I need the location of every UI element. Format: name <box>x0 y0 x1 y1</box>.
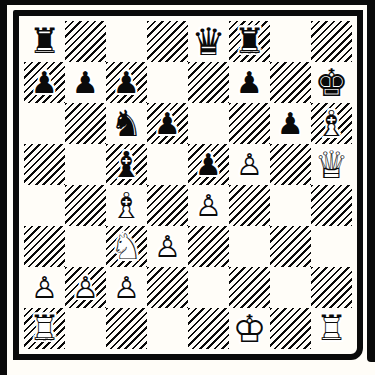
black-pawn-g6: ♟♟ <box>277 109 304 139</box>
square-g7 <box>270 62 311 103</box>
square-a2: ♟♙ <box>24 267 65 308</box>
white-knight-c3: ♞♘ <box>110 229 142 265</box>
square-f7: ♟♟ <box>229 62 270 103</box>
black-king-h7: ♚♚ <box>314 64 348 102</box>
page-edge-shadow-left <box>0 0 7 375</box>
scanned-chess-diagram-page: ♜♜♛♛♜♜♟♟♟♟♟♟♟♟♚♚♞♞♟♟♟♟♝♗♝♝♟♟♟♙♛♕♝♗♟♙♞♘♟♙… <box>0 0 375 375</box>
square-b2: ♟♙ <box>65 267 106 308</box>
black-rook-a8: ♜♜ <box>29 24 60 59</box>
white-rook-h1: ♜♖ <box>316 311 347 346</box>
square-h8 <box>311 21 352 62</box>
white-bishop-h6: ♝♗ <box>315 106 347 142</box>
square-f5: ♟♙ <box>229 144 270 185</box>
square-e1 <box>188 308 229 349</box>
square-h2 <box>311 267 352 308</box>
square-g2 <box>270 267 311 308</box>
square-h7: ♚♚ <box>311 62 352 103</box>
square-c3: ♞♘ <box>106 226 147 267</box>
black-knight-c6: ♞♞ <box>110 106 142 142</box>
square-f1: ♚♔ <box>229 308 270 349</box>
square-a6 <box>24 103 65 144</box>
square-f2 <box>229 267 270 308</box>
square-e7 <box>188 62 229 103</box>
square-g1 <box>270 308 311 349</box>
black-pawn-e5: ♟♟ <box>195 150 222 180</box>
piece-glyph: ♔ <box>232 307 266 351</box>
piece-glyph: ♗ <box>110 185 142 226</box>
white-queen-h5: ♛♕ <box>314 146 348 184</box>
square-c5: ♝♝ <box>106 144 147 185</box>
square-h5: ♛♕ <box>311 144 352 185</box>
square-f6 <box>229 103 270 144</box>
square-c4: ♝♗ <box>106 185 147 226</box>
square-d1 <box>147 308 188 349</box>
piece-glyph: ♚ <box>314 61 348 105</box>
piece-glyph: ♟ <box>195 147 222 182</box>
square-e3 <box>188 226 229 267</box>
square-f8: ♜♜ <box>229 21 270 62</box>
square-e5: ♟♟ <box>188 144 229 185</box>
square-e4: ♟♙ <box>188 185 229 226</box>
piece-glyph: ♖ <box>316 308 347 348</box>
square-a5 <box>24 144 65 185</box>
square-c8 <box>106 21 147 62</box>
piece-glyph: ♟ <box>277 106 304 141</box>
white-pawn-d3: ♟♙ <box>154 232 181 262</box>
square-d2 <box>147 267 188 308</box>
square-a8: ♜♜ <box>24 21 65 62</box>
square-b5 <box>65 144 106 185</box>
square-d7 <box>147 62 188 103</box>
piece-glyph: ♙ <box>236 147 263 182</box>
black-queen-e8: ♛♛ <box>191 23 225 61</box>
square-d4 <box>147 185 188 226</box>
piece-glyph: ♙ <box>31 270 58 305</box>
white-pawn-c2: ♟♙ <box>113 273 140 303</box>
piece-glyph: ♙ <box>154 229 181 264</box>
white-pawn-f5: ♟♙ <box>236 150 263 180</box>
square-g6: ♟♟ <box>270 103 311 144</box>
square-e2 <box>188 267 229 308</box>
square-c2: ♟♙ <box>106 267 147 308</box>
piece-glyph: ♟ <box>113 65 140 100</box>
piece-glyph: ♟ <box>72 65 99 100</box>
square-b3 <box>65 226 106 267</box>
piece-glyph: ♟ <box>236 65 263 100</box>
piece-glyph: ♜ <box>29 21 60 61</box>
piece-glyph: ♞ <box>110 103 142 144</box>
square-d3: ♟♙ <box>147 226 188 267</box>
piece-glyph: ♖ <box>29 308 60 348</box>
black-pawn-c7: ♟♟ <box>113 68 140 98</box>
square-f3 <box>229 226 270 267</box>
black-bishop-c5: ♝♝ <box>110 147 142 183</box>
square-a3 <box>24 226 65 267</box>
square-e6 <box>188 103 229 144</box>
square-b4 <box>65 185 106 226</box>
square-g4 <box>270 185 311 226</box>
white-rook-a1: ♜♖ <box>29 311 60 346</box>
square-e8: ♛♛ <box>188 21 229 62</box>
square-b1 <box>65 308 106 349</box>
piece-glyph: ♘ <box>110 226 142 267</box>
piece-glyph: ♝ <box>110 144 142 185</box>
square-h3 <box>311 226 352 267</box>
board-frame: ♜♜♛♛♜♜♟♟♟♟♟♟♟♟♚♚♞♞♟♟♟♟♝♗♝♝♟♟♟♙♛♕♝♗♟♙♞♘♟♙… <box>13 10 363 360</box>
piece-glyph: ♙ <box>72 270 99 305</box>
white-pawn-a2: ♟♙ <box>31 273 58 303</box>
square-b8 <box>65 21 106 62</box>
white-bishop-c4: ♝♗ <box>110 188 142 224</box>
piece-glyph: ♟ <box>31 65 58 100</box>
square-d8 <box>147 21 188 62</box>
square-h4 <box>311 185 352 226</box>
square-c6: ♞♞ <box>106 103 147 144</box>
square-a7: ♟♟ <box>24 62 65 103</box>
page-edge-shadow-top <box>0 0 375 5</box>
piece-glyph: ♙ <box>195 188 222 223</box>
piece-glyph: ♙ <box>113 270 140 305</box>
black-pawn-b7: ♟♟ <box>72 68 99 98</box>
black-pawn-f7: ♟♟ <box>236 68 263 98</box>
square-c7: ♟♟ <box>106 62 147 103</box>
white-pawn-e4: ♟♙ <box>195 191 222 221</box>
page-edge-shadow-right <box>367 2 375 362</box>
square-f4 <box>229 185 270 226</box>
piece-glyph: ♕ <box>314 143 348 187</box>
chess-board: ♜♜♛♛♜♜♟♟♟♟♟♟♟♟♚♚♞♞♟♟♟♟♝♗♝♝♟♟♟♙♛♕♝♗♟♙♞♘♟♙… <box>24 21 352 349</box>
square-g5 <box>270 144 311 185</box>
black-pawn-a7: ♟♟ <box>31 68 58 98</box>
square-g3 <box>270 226 311 267</box>
square-h1: ♜♖ <box>311 308 352 349</box>
piece-glyph: ♛ <box>191 20 225 64</box>
black-rook-f8: ♜♜ <box>234 24 265 59</box>
piece-glyph: ♟ <box>154 106 181 141</box>
square-h6: ♝♗ <box>311 103 352 144</box>
black-pawn-d6: ♟♟ <box>154 109 181 139</box>
square-g8 <box>270 21 311 62</box>
square-b7: ♟♟ <box>65 62 106 103</box>
white-pawn-b2: ♟♙ <box>72 273 99 303</box>
square-a1: ♜♖ <box>24 308 65 349</box>
square-d5 <box>147 144 188 185</box>
square-a4 <box>24 185 65 226</box>
piece-glyph: ♜ <box>234 21 265 61</box>
piece-glyph: ♗ <box>315 103 347 144</box>
white-king-f1: ♚♔ <box>232 310 266 348</box>
square-d6: ♟♟ <box>147 103 188 144</box>
square-c1 <box>106 308 147 349</box>
square-b6 <box>65 103 106 144</box>
